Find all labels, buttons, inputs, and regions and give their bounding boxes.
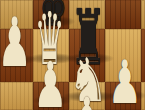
square-c3r0-dark[interactable]: [105, 0, 141, 29]
white-pawn-piece[interactable]: ♟: [40, 65, 61, 103]
white-pawn-piece[interactable]: ♟: [5, 21, 26, 62]
white-pawn-piece[interactable]: ♟: [115, 62, 136, 98]
pawn-glyph: ♟: [33, 54, 67, 110]
square-c4r0-light[interactable]: [141, 0, 145, 29]
white-pawn-piece[interactable]: ♟: [77, 100, 98, 110]
pawn-glyph: ♟: [108, 52, 142, 110]
chess-board: ♚♟♛♜♟♞♟♟: [0, 0, 145, 110]
pawn-glyph: ♟: [0, 9, 32, 77]
pawn-glyph: ♟: [70, 89, 104, 110]
square-c0r2-light[interactable]: [0, 82, 33, 110]
